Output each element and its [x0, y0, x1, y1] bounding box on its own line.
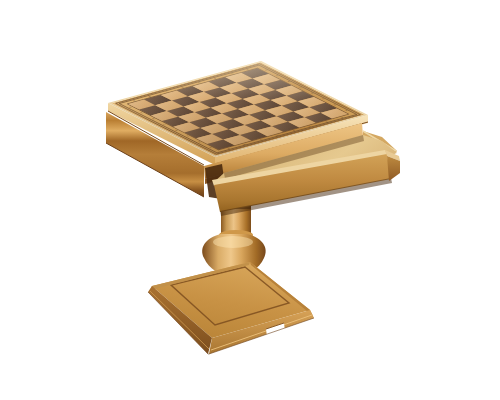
- coord-label: c: [259, 139, 263, 141]
- coord-label: 2: [197, 141, 201, 143]
- coord-label: 4: [174, 130, 178, 132]
- chess-table-photo: aabbccddeeffgghh8877665544332211: [0, 0, 500, 400]
- coord-label: a: [226, 148, 230, 150]
- coord-label: b: [148, 95, 152, 97]
- coord-label: d: [275, 134, 279, 136]
- coord-label: d: [180, 86, 184, 88]
- coord-label: h: [341, 116, 345, 118]
- base-foot-notch-left: [188, 343, 200, 355]
- coord-label: h: [246, 69, 250, 71]
- coord-label: 7: [140, 112, 144, 114]
- table-structure: [0, 0, 500, 400]
- coord-label: 3: [185, 135, 189, 137]
- coord-label: f: [308, 125, 311, 126]
- coord-label: 1: [208, 147, 212, 149]
- coord-label: g: [324, 121, 328, 123]
- coord-label: 8: [128, 107, 132, 109]
- square-base: [148, 262, 314, 355]
- coord-label: b: [242, 143, 246, 145]
- coord-label: e: [292, 130, 296, 132]
- coord-label: 5: [162, 124, 166, 126]
- coord-label: 6: [151, 118, 155, 120]
- bulb-highlight: [213, 236, 253, 248]
